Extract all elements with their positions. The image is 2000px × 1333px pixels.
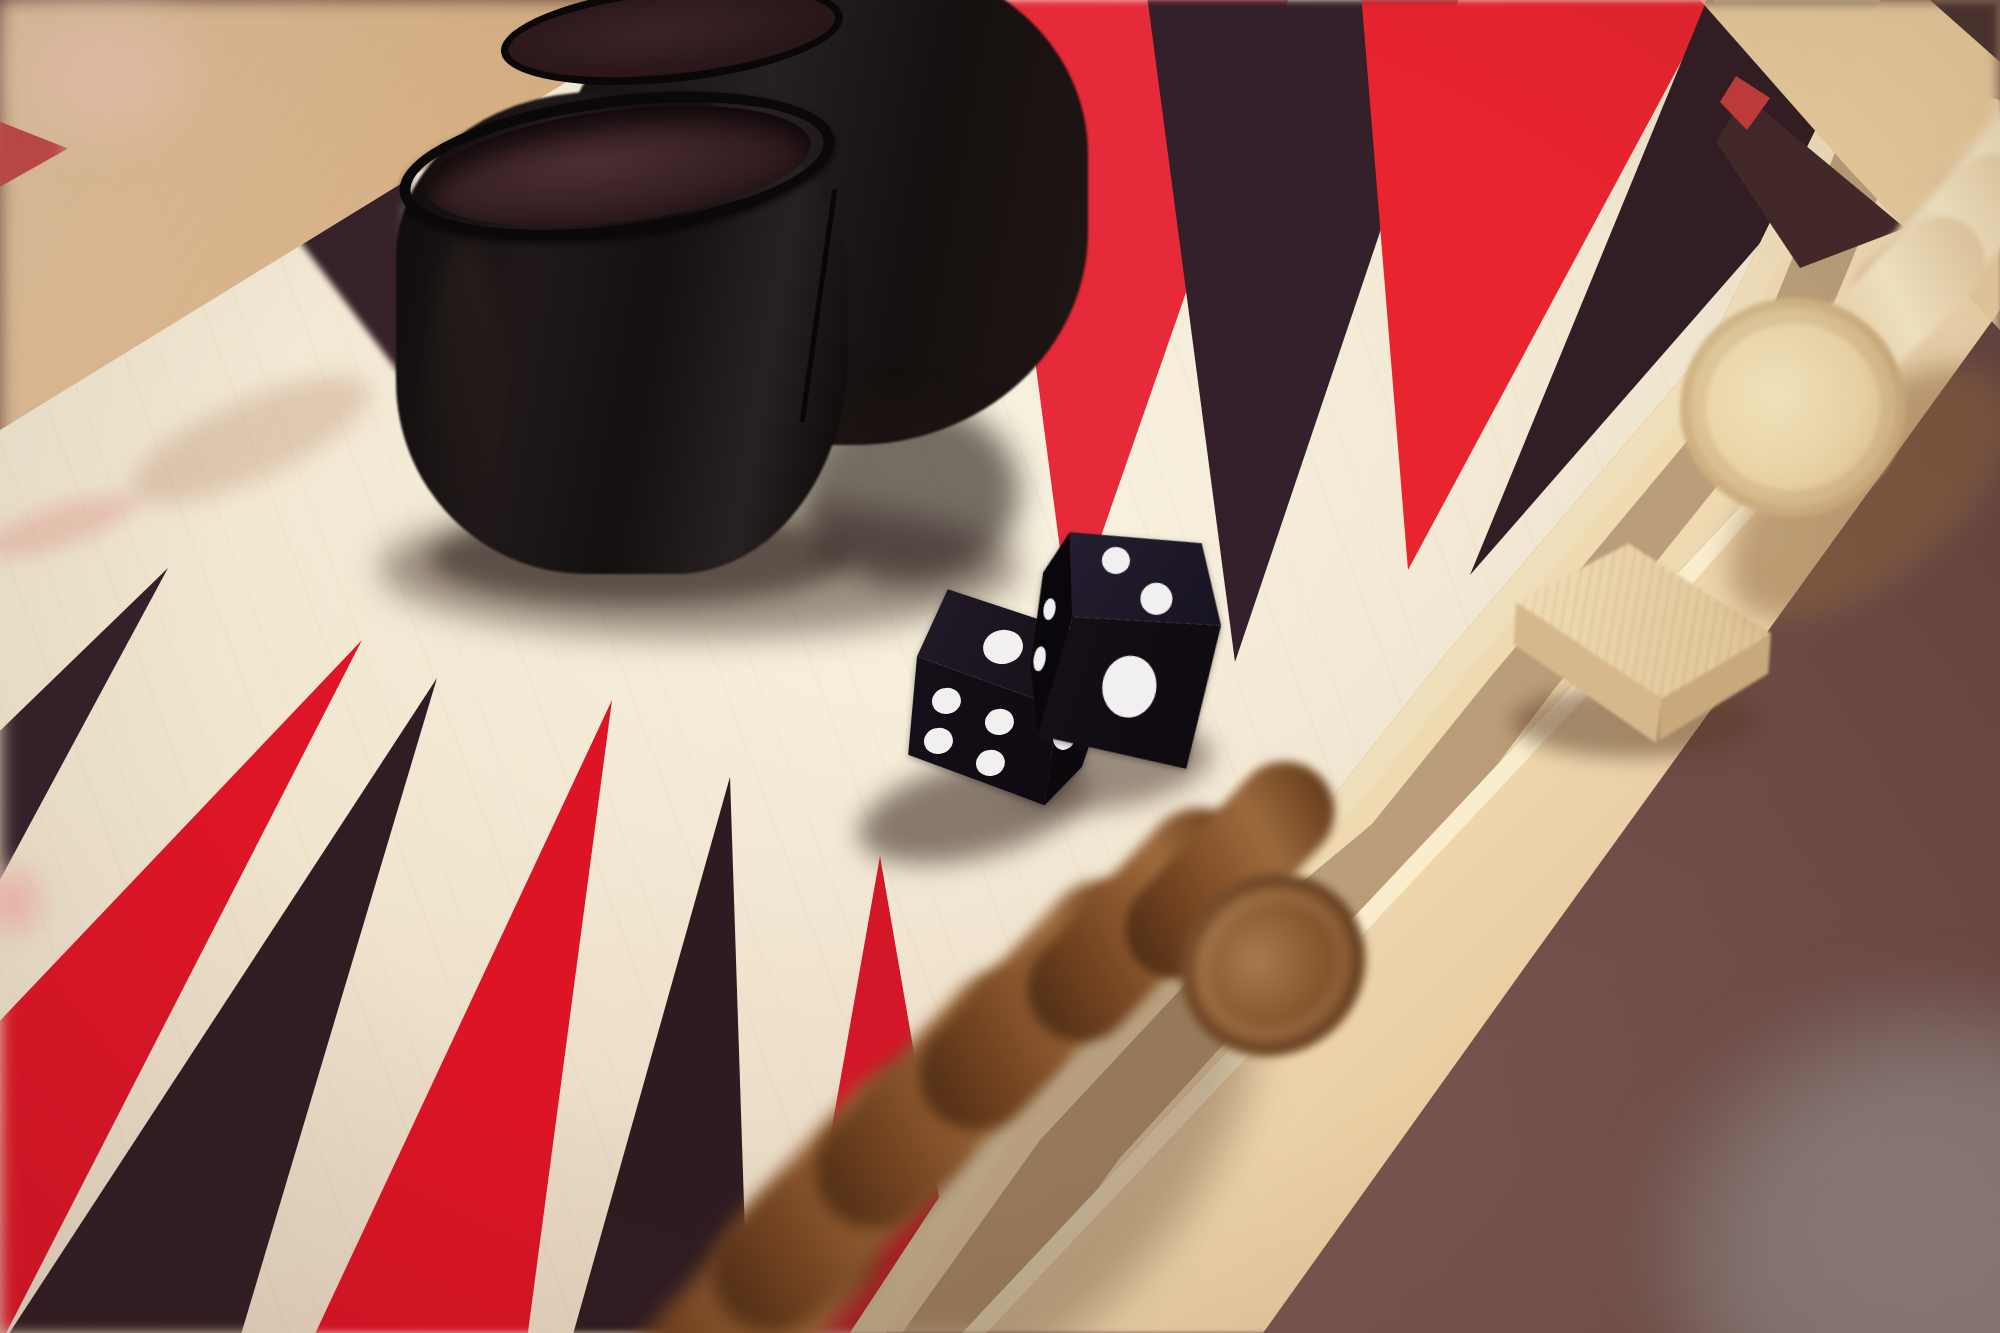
backgammon-board-photo [0,0,2000,1333]
vignette [0,0,2000,1333]
